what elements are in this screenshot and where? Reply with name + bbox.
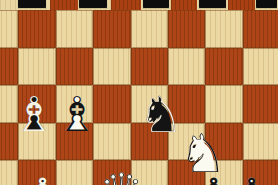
white-pawn-top-2-glyph: ♟ <box>231 172 259 185</box>
white-pawn-top-2[interactable]: ♟♙ <box>231 172 259 185</box>
board-square[interactable] <box>168 10 205 48</box>
board-square[interactable] <box>131 48 168 86</box>
board-square[interactable] <box>243 123 278 161</box>
board-square[interactable] <box>0 48 18 86</box>
black-piece-base[interactable] <box>78 0 108 9</box>
black-piece-base[interactable] <box>17 0 47 9</box>
board-square[interactable] <box>56 48 93 86</box>
white-pawn-top-1[interactable]: ♟♙ <box>193 172 221 185</box>
board-square[interactable] <box>93 48 130 86</box>
tray-dark-square <box>228 0 255 10</box>
board-square[interactable] <box>243 85 278 123</box>
white-pawn-top-1-glyph: ♟ <box>193 172 221 185</box>
white-bishop-outline: ♗ <box>53 90 101 138</box>
white-queen-top-outline: ♕ <box>99 167 143 185</box>
board-square[interactable] <box>205 85 242 123</box>
board-square[interactable] <box>18 10 55 48</box>
black-pawn-top[interactable]: ♟♙ <box>22 172 50 185</box>
board-square[interactable] <box>0 160 18 185</box>
board-square[interactable] <box>56 160 93 185</box>
black-piece-base[interactable] <box>198 0 227 9</box>
black-bishop-glyph: ♝ <box>10 90 58 138</box>
board-square[interactable] <box>205 10 242 48</box>
black-bishop[interactable]: ♝♗ <box>10 90 58 138</box>
black-bishop-outline: ♗ <box>10 90 58 138</box>
black-piece-base[interactable] <box>255 0 278 9</box>
board-square[interactable] <box>18 48 55 86</box>
board-square[interactable] <box>205 48 242 86</box>
top-piece-tray <box>0 0 278 10</box>
tray-dark-square <box>171 0 197 10</box>
board-square[interactable] <box>0 10 18 48</box>
black-piece-base[interactable] <box>142 0 170 9</box>
white-pawn-top-2-outline: ♙ <box>231 172 259 185</box>
white-bishop-glyph: ♝ <box>53 90 101 138</box>
board-square[interactable] <box>168 48 205 86</box>
board-square[interactable] <box>243 10 278 48</box>
white-bishop[interactable]: ♝♗ <box>53 90 101 138</box>
white-pawn-top-1-outline: ♙ <box>193 172 221 185</box>
black-pawn-top-glyph: ♟ <box>22 172 50 185</box>
tray-dark-square <box>50 0 78 10</box>
chessboard-screenshot: ♝♗♝♗♞♘♞♘♛♕♟♙♟♙♟♙ <box>0 0 278 185</box>
black-pawn-top-outline: ♙ <box>22 172 50 185</box>
tray-dark-square <box>111 0 141 10</box>
board-square[interactable] <box>243 48 278 86</box>
board-square[interactable] <box>56 10 93 48</box>
white-queen-top[interactable]: ♛♕ <box>99 167 143 185</box>
white-queen-top-glyph: ♛ <box>99 167 143 185</box>
board-square[interactable] <box>93 10 130 48</box>
board-square[interactable] <box>131 10 168 48</box>
